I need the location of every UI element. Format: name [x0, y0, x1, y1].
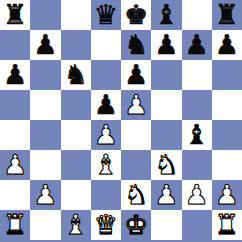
square-e4[interactable] — [121, 120, 151, 150]
square-c6[interactable]: ♞ — [61, 60, 91, 90]
piece-white-king[interactable]: ♚ — [124, 210, 148, 240]
square-f5[interactable] — [151, 90, 181, 120]
piece-black-rook[interactable]: ♜ — [215, 0, 239, 30]
square-d6[interactable] — [91, 60, 121, 90]
square-g6[interactable] — [182, 60, 212, 90]
square-e5[interactable]: ♟ — [121, 90, 151, 120]
chess-board-container: ♜♛♚♝♜♟♞♟♟♟♟♞♟♟♟♟♝♟♝♞♟♞♟♟♟♜♝♛♚♜ — [0, 0, 242, 242]
piece-black-pawn[interactable]: ♟ — [124, 60, 148, 90]
piece-white-pawn[interactable]: ♟ — [3, 150, 27, 180]
square-c4[interactable] — [61, 120, 91, 150]
piece-black-pawn[interactable]: ♟ — [94, 90, 118, 120]
square-d5[interactable]: ♟ — [91, 90, 121, 120]
piece-black-king[interactable]: ♚ — [124, 0, 148, 30]
square-h2[interactable]: ♟ — [212, 180, 242, 210]
square-d3[interactable]: ♝ — [91, 150, 121, 180]
piece-white-rook[interactable]: ♜ — [215, 210, 239, 240]
square-g3[interactable] — [182, 150, 212, 180]
square-h1[interactable]: ♜ — [212, 210, 242, 240]
square-d8[interactable]: ♛ — [91, 0, 121, 30]
piece-black-bishop[interactable]: ♝ — [185, 120, 209, 150]
square-h4[interactable] — [212, 120, 242, 150]
square-g8[interactable] — [182, 0, 212, 30]
piece-white-queen[interactable]: ♛ — [94, 210, 118, 240]
piece-white-pawn[interactable]: ♟ — [124, 90, 148, 120]
square-b5[interactable] — [30, 90, 60, 120]
chess-board: ♜♛♚♝♜♟♞♟♟♟♟♞♟♟♟♟♝♟♝♞♟♞♟♟♟♜♝♛♚♜ — [0, 0, 242, 240]
piece-white-pawn[interactable]: ♟ — [33, 180, 57, 210]
square-h5[interactable] — [212, 90, 242, 120]
square-e2[interactable]: ♞ — [121, 180, 151, 210]
square-a2[interactable] — [0, 180, 30, 210]
piece-black-pawn[interactable]: ♟ — [33, 30, 57, 60]
square-c8[interactable] — [61, 0, 91, 30]
piece-white-rook[interactable]: ♜ — [3, 210, 27, 240]
square-b7[interactable]: ♟ — [30, 30, 60, 60]
piece-white-bishop[interactable]: ♝ — [94, 150, 118, 180]
square-h8[interactable]: ♜ — [212, 0, 242, 30]
piece-black-queen[interactable]: ♛ — [94, 0, 118, 30]
square-d7[interactable] — [91, 30, 121, 60]
square-e7[interactable]: ♞ — [121, 30, 151, 60]
square-g2[interactable]: ♟ — [182, 180, 212, 210]
square-a3[interactable]: ♟ — [0, 150, 30, 180]
square-g7[interactable]: ♟ — [182, 30, 212, 60]
piece-black-rook[interactable]: ♜ — [3, 0, 27, 30]
square-a5[interactable] — [0, 90, 30, 120]
square-a6[interactable]: ♟ — [0, 60, 30, 90]
square-b8[interactable] — [30, 0, 60, 30]
square-f1[interactable] — [151, 210, 181, 240]
piece-white-pawn[interactable]: ♟ — [94, 120, 118, 150]
square-f3[interactable]: ♞ — [151, 150, 181, 180]
square-f8[interactable]: ♝ — [151, 0, 181, 30]
square-c5[interactable] — [61, 90, 91, 120]
square-g4[interactable]: ♝ — [182, 120, 212, 150]
square-a4[interactable] — [0, 120, 30, 150]
square-b2[interactable]: ♟ — [30, 180, 60, 210]
square-f7[interactable]: ♟ — [151, 30, 181, 60]
square-g1[interactable] — [182, 210, 212, 240]
square-b1[interactable] — [30, 210, 60, 240]
square-a7[interactable] — [0, 30, 30, 60]
square-a8[interactable]: ♜ — [0, 0, 30, 30]
piece-black-pawn[interactable]: ♟ — [185, 30, 209, 60]
square-f4[interactable] — [151, 120, 181, 150]
square-a1[interactable]: ♜ — [0, 210, 30, 240]
square-d2[interactable] — [91, 180, 121, 210]
piece-black-bishop[interactable]: ♝ — [154, 0, 178, 30]
piece-black-pawn[interactable]: ♟ — [3, 60, 27, 90]
square-e8[interactable]: ♚ — [121, 0, 151, 30]
piece-black-knight[interactable]: ♞ — [124, 30, 148, 60]
square-d1[interactable]: ♛ — [91, 210, 121, 240]
square-g5[interactable] — [182, 90, 212, 120]
square-e3[interactable] — [121, 150, 151, 180]
square-h3[interactable] — [212, 150, 242, 180]
square-c2[interactable] — [61, 180, 91, 210]
piece-white-knight[interactable]: ♞ — [154, 150, 178, 180]
square-c7[interactable] — [61, 30, 91, 60]
square-e1[interactable]: ♚ — [121, 210, 151, 240]
piece-white-knight[interactable]: ♞ — [124, 180, 148, 210]
square-c3[interactable] — [61, 150, 91, 180]
square-h6[interactable] — [212, 60, 242, 90]
piece-white-pawn[interactable]: ♟ — [154, 180, 178, 210]
square-f6[interactable] — [151, 60, 181, 90]
piece-black-pawn[interactable]: ♟ — [215, 30, 239, 60]
square-h7[interactable]: ♟ — [212, 30, 242, 60]
square-b6[interactable] — [30, 60, 60, 90]
piece-black-pawn[interactable]: ♟ — [154, 30, 178, 60]
square-b3[interactable] — [30, 150, 60, 180]
piece-black-knight[interactable]: ♞ — [64, 60, 88, 90]
square-f2[interactable]: ♟ — [151, 180, 181, 210]
piece-white-pawn[interactable]: ♟ — [215, 180, 239, 210]
piece-white-bishop[interactable]: ♝ — [64, 210, 88, 240]
square-c1[interactable]: ♝ — [61, 210, 91, 240]
square-b4[interactable] — [30, 120, 60, 150]
square-d4[interactable]: ♟ — [91, 120, 121, 150]
square-e6[interactable]: ♟ — [121, 60, 151, 90]
piece-white-pawn[interactable]: ♟ — [185, 180, 209, 210]
